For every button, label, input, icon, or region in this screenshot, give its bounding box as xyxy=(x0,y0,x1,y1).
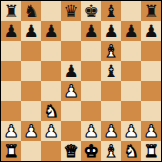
square-e6[interactable] xyxy=(81,41,101,61)
square-c8[interactable] xyxy=(41,1,61,21)
black-king[interactable]: ♚ xyxy=(83,1,98,21)
square-g1[interactable]: ♞ xyxy=(121,141,141,161)
square-g2[interactable]: ♟ xyxy=(121,121,141,141)
square-c1[interactable] xyxy=(41,141,61,161)
square-f2[interactable]: ♟ xyxy=(101,121,121,141)
white-knight[interactable]: ♞ xyxy=(123,141,138,161)
square-d4[interactable]: ♟ xyxy=(61,81,81,101)
square-d6[interactable] xyxy=(61,41,81,61)
square-c5[interactable] xyxy=(41,61,61,81)
square-e8[interactable]: ♚ xyxy=(81,1,101,21)
square-a1[interactable]: ♜ xyxy=(1,141,21,161)
square-b8[interactable]: ♞ xyxy=(21,1,41,21)
square-e7[interactable]: ♟ xyxy=(81,21,101,41)
black-pawn[interactable]: ♟ xyxy=(23,21,38,41)
square-h8[interactable]: ♜ xyxy=(141,1,161,21)
square-a3[interactable] xyxy=(1,101,21,121)
square-h7[interactable]: ♟ xyxy=(141,21,161,41)
white-bishop[interactable]: ♝ xyxy=(103,141,118,161)
square-d1[interactable]: ♛ xyxy=(61,141,81,161)
square-e1[interactable]: ♚ xyxy=(81,141,101,161)
square-f8[interactable]: ♝ xyxy=(101,1,121,21)
square-e3[interactable] xyxy=(81,101,101,121)
square-b7[interactable]: ♟ xyxy=(21,21,41,41)
square-e2[interactable]: ♟ xyxy=(81,121,101,141)
square-e4[interactable] xyxy=(81,81,101,101)
square-h1[interactable]: ♜ xyxy=(141,141,161,161)
white-pawn[interactable]: ♟ xyxy=(43,121,58,141)
black-bishop[interactable]: ♝ xyxy=(103,61,118,81)
white-pawn[interactable]: ♟ xyxy=(83,121,98,141)
square-h6[interactable] xyxy=(141,41,161,61)
square-f4[interactable] xyxy=(101,81,121,101)
square-g5[interactable] xyxy=(121,61,141,81)
black-pawn[interactable]: ♟ xyxy=(83,21,98,41)
square-g4[interactable] xyxy=(121,81,141,101)
black-pawn[interactable]: ♟ xyxy=(43,21,58,41)
white-bishop[interactable]: ♝ xyxy=(103,41,118,61)
white-pawn[interactable]: ♟ xyxy=(63,81,78,101)
white-pawn[interactable]: ♟ xyxy=(143,121,158,141)
black-pawn[interactable]: ♟ xyxy=(143,21,158,41)
square-b1[interactable] xyxy=(21,141,41,161)
square-c6[interactable] xyxy=(41,41,61,61)
white-pawn[interactable]: ♟ xyxy=(123,121,138,141)
square-b3[interactable] xyxy=(21,101,41,121)
white-pawn[interactable]: ♟ xyxy=(23,121,38,141)
square-b4[interactable] xyxy=(21,81,41,101)
black-pawn[interactable]: ♟ xyxy=(123,21,138,41)
square-b2[interactable]: ♟ xyxy=(21,121,41,141)
square-a2[interactable]: ♟ xyxy=(1,121,21,141)
square-a5[interactable] xyxy=(1,61,21,81)
white-knight[interactable]: ♞ xyxy=(43,101,58,121)
square-g7[interactable]: ♟ xyxy=(121,21,141,41)
square-g3[interactable] xyxy=(121,101,141,121)
square-b6[interactable] xyxy=(21,41,41,61)
white-rook[interactable]: ♜ xyxy=(3,141,18,161)
square-d8[interactable]: ♛ xyxy=(61,1,81,21)
square-f6[interactable]: ♝ xyxy=(101,41,121,61)
square-c3[interactable]: ♞ xyxy=(41,101,61,121)
square-f3[interactable] xyxy=(101,101,121,121)
square-h5[interactable] xyxy=(141,61,161,81)
white-pawn[interactable]: ♟ xyxy=(103,121,118,141)
white-queen[interactable]: ♛ xyxy=(63,141,78,161)
square-e5[interactable] xyxy=(81,61,101,81)
square-d5[interactable]: ♟ xyxy=(61,61,81,81)
square-c4[interactable] xyxy=(41,81,61,101)
square-c7[interactable]: ♟ xyxy=(41,21,61,41)
square-d3[interactable] xyxy=(61,101,81,121)
chess-board: ♜♞♛♚♝♜♟♟♟♟♟♟♟♝♟♝♟♞♟♟♟♟♟♟♟♜♛♚♝♞♜ xyxy=(0,0,162,162)
square-a6[interactable] xyxy=(1,41,21,61)
black-pawn[interactable]: ♟ xyxy=(3,21,18,41)
square-h4[interactable] xyxy=(141,81,161,101)
square-d7[interactable] xyxy=(61,21,81,41)
white-king[interactable]: ♚ xyxy=(83,141,98,161)
square-f1[interactable]: ♝ xyxy=(101,141,121,161)
square-a8[interactable]: ♜ xyxy=(1,1,21,21)
square-g6[interactable] xyxy=(121,41,141,61)
black-queen[interactable]: ♛ xyxy=(63,1,78,21)
white-rook[interactable]: ♜ xyxy=(143,141,158,161)
black-rook[interactable]: ♜ xyxy=(143,1,158,21)
square-f7[interactable]: ♟ xyxy=(101,21,121,41)
square-h2[interactable]: ♟ xyxy=(141,121,161,141)
white-pawn[interactable]: ♟ xyxy=(3,121,18,141)
black-bishop[interactable]: ♝ xyxy=(103,1,118,21)
black-pawn[interactable]: ♟ xyxy=(63,61,78,81)
square-d2[interactable] xyxy=(61,121,81,141)
black-rook[interactable]: ♜ xyxy=(3,1,18,21)
square-a4[interactable] xyxy=(1,81,21,101)
square-g8[interactable] xyxy=(121,1,141,21)
square-b5[interactable] xyxy=(21,61,41,81)
black-pawn[interactable]: ♟ xyxy=(103,21,118,41)
square-a7[interactable]: ♟ xyxy=(1,21,21,41)
square-c2[interactable]: ♟ xyxy=(41,121,61,141)
black-knight[interactable]: ♞ xyxy=(23,1,38,21)
square-f5[interactable]: ♝ xyxy=(101,61,121,81)
square-h3[interactable] xyxy=(141,101,161,121)
